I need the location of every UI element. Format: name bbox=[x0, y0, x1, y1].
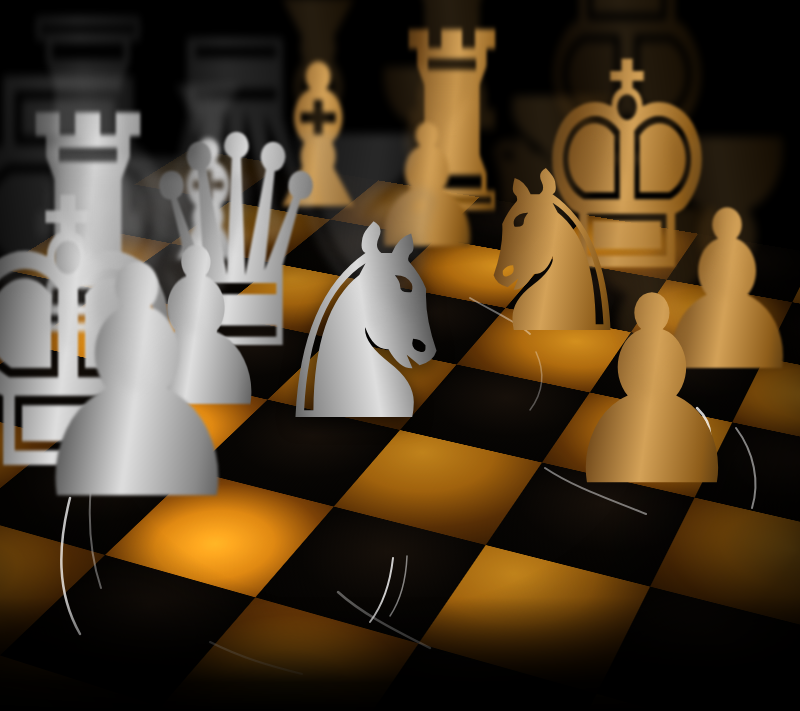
piece-gold-pawn-3-h3[interactable]: ♟♟ bbox=[535, 262, 768, 522]
piece-silver-pawn-1-b3[interactable]: ♟♟ bbox=[0, 224, 280, 544]
chess-photo-scene: ♜♜♚♚♟♟♟♟♛♛♝♝♞♞♝♝♜♜♟♟♞♞♚♚♟♟♟♟ bbox=[0, 0, 800, 711]
gold-pawn-reflection: ♟ bbox=[553, 168, 751, 428]
piece-silver-knight-d4[interactable]: ♞♞ bbox=[246, 190, 486, 458]
silver-pawn-reflection: ♟ bbox=[15, 109, 259, 429]
silver-knight-reflection: ♞ bbox=[255, 93, 476, 361]
